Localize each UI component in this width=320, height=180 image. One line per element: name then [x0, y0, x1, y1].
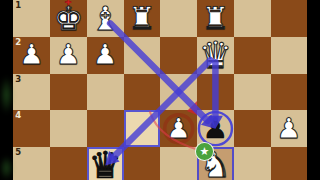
chess-app-frame: 12345 ♚♝♜♜♟♟♟♛♟♟♟♛♞✚★: [0, 0, 320, 180]
highlight-square-e4: [124, 110, 161, 147]
star-icon: ★: [200, 146, 210, 157]
square-b4[interactable]: [234, 110, 271, 147]
square-c3[interactable]: [197, 74, 234, 111]
square-a5[interactable]: [271, 147, 308, 180]
square-h5[interactable]: 5: [13, 147, 50, 180]
square-f4[interactable]: [87, 110, 124, 147]
square-b5[interactable]: [234, 147, 271, 180]
piece-wP-g2[interactable]: ♟: [50, 37, 87, 74]
square-h3[interactable]: 3: [13, 74, 50, 111]
square-e3[interactable]: [124, 74, 161, 111]
piece-bQ-f5[interactable]: ♛: [87, 147, 124, 180]
square-a1[interactable]: [271, 0, 308, 37]
square-d2[interactable]: [160, 37, 197, 74]
square-b1[interactable]: [234, 0, 271, 37]
piece-wP-h2[interactable]: ♟: [13, 37, 50, 74]
square-e5[interactable]: [124, 147, 161, 180]
square-h1[interactable]: 1: [13, 0, 50, 37]
square-b3[interactable]: [234, 74, 271, 111]
rank-label-4: 4: [15, 110, 21, 120]
piece-wP-f2[interactable]: ♟: [87, 37, 124, 74]
letterbox-glow-0: [0, 76, 13, 114]
square-b2[interactable]: [234, 37, 271, 74]
square-g3[interactable]: [50, 74, 87, 111]
square-a3[interactable]: [271, 74, 308, 111]
best-move-star-badge: ★: [195, 142, 214, 161]
piece-wR-e1[interactable]: ♜: [124, 0, 161, 37]
king-cross-icon: ✚: [50, 0, 87, 7]
rank-label-5: 5: [15, 147, 21, 157]
square-f3[interactable]: [87, 74, 124, 111]
letterbox-right: [307, 0, 320, 180]
square-d5[interactable]: [160, 147, 197, 180]
piece-wP-d4[interactable]: ♟: [160, 110, 197, 147]
square-d1[interactable]: [160, 0, 197, 37]
rank-label-3: 3: [15, 74, 21, 84]
letterbox-glow-1: [0, 156, 13, 180]
square-g4[interactable]: [50, 110, 87, 147]
piece-wR-c1[interactable]: ♜: [197, 0, 234, 37]
square-g5[interactable]: [50, 147, 87, 180]
square-h4[interactable]: 4: [13, 110, 50, 147]
piece-wB-f1[interactable]: ♝: [87, 0, 124, 37]
piece-wP-a4[interactable]: ♟: [271, 110, 308, 147]
square-d3[interactable]: [160, 74, 197, 111]
square-a2[interactable]: [271, 37, 308, 74]
square-e2[interactable]: [124, 37, 161, 74]
rank-label-1: 1: [15, 0, 21, 10]
piece-wQ-c2[interactable]: ♛: [197, 37, 234, 74]
